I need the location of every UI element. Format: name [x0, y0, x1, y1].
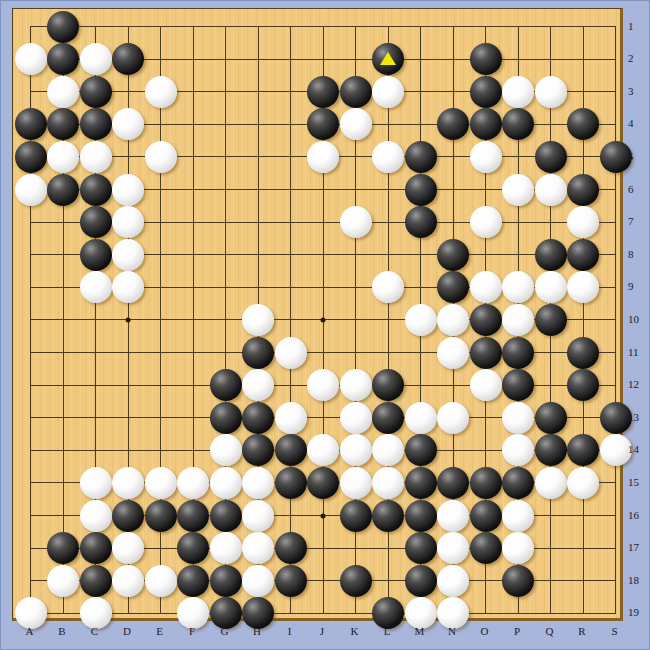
white-stone	[600, 434, 632, 466]
row-label: 12	[628, 378, 639, 390]
row-label: 13	[628, 411, 639, 423]
white-stone	[372, 271, 404, 303]
white-stone	[112, 532, 144, 564]
white-stone	[437, 532, 469, 564]
column-label: A	[19, 625, 41, 637]
white-stone	[437, 337, 469, 369]
column-label: O	[474, 625, 496, 637]
row-label: 2	[628, 52, 634, 64]
black-stone	[437, 239, 469, 271]
white-stone	[242, 304, 274, 336]
column-label: B	[51, 625, 73, 637]
white-stone	[177, 467, 209, 499]
white-stone	[470, 271, 502, 303]
column-label: I	[279, 625, 301, 637]
black-stone	[80, 108, 112, 140]
white-stone	[470, 369, 502, 401]
black-stone	[600, 402, 632, 434]
row-label: 10	[628, 313, 639, 325]
black-stone	[567, 434, 599, 466]
black-stone	[405, 467, 437, 499]
black-stone	[470, 500, 502, 532]
white-stone	[210, 532, 242, 564]
go-board[interactable]	[12, 8, 623, 621]
black-stone	[275, 565, 307, 597]
column-label: L	[376, 625, 398, 637]
white-stone	[535, 271, 567, 303]
black-stone	[405, 434, 437, 466]
row-label: 9	[628, 280, 634, 292]
black-stone	[80, 174, 112, 206]
black-stone	[242, 402, 274, 434]
row-label: 11	[628, 346, 639, 358]
black-stone	[535, 304, 567, 336]
row-label: 3	[628, 85, 634, 97]
black-stone	[47, 532, 79, 564]
black-stone	[112, 500, 144, 532]
black-stone	[340, 500, 372, 532]
white-stone	[47, 141, 79, 173]
white-stone	[372, 467, 404, 499]
black-stone	[47, 174, 79, 206]
black-stone	[567, 108, 599, 140]
white-stone	[112, 239, 144, 271]
black-stone	[470, 467, 502, 499]
white-stone	[470, 141, 502, 173]
black-stone	[470, 43, 502, 75]
black-stone	[340, 565, 372, 597]
white-stone	[437, 500, 469, 532]
white-stone	[145, 565, 177, 597]
black-stone	[210, 369, 242, 401]
white-stone	[567, 271, 599, 303]
last-move-triangle-marker	[380, 52, 396, 65]
grid-line	[615, 26, 616, 614]
black-stone	[210, 402, 242, 434]
white-stone	[405, 304, 437, 336]
white-stone	[145, 141, 177, 173]
white-stone	[47, 76, 79, 108]
white-stone	[242, 467, 274, 499]
black-stone	[177, 500, 209, 532]
black-stone	[80, 565, 112, 597]
black-stone	[275, 467, 307, 499]
row-label: 5	[628, 150, 634, 162]
column-label: P	[506, 625, 528, 637]
black-stone	[502, 108, 534, 140]
white-stone	[535, 467, 567, 499]
white-stone	[242, 369, 274, 401]
white-stone	[567, 467, 599, 499]
grid-line	[30, 613, 616, 614]
column-label: M	[409, 625, 431, 637]
row-label: 7	[628, 215, 634, 227]
white-stone	[15, 43, 47, 75]
column-label: J	[311, 625, 333, 637]
black-stone	[15, 141, 47, 173]
white-stone	[502, 76, 534, 108]
white-stone	[80, 141, 112, 173]
row-label: 6	[628, 183, 634, 195]
white-stone	[437, 402, 469, 434]
black-stone	[502, 467, 534, 499]
white-stone	[112, 206, 144, 238]
white-stone	[437, 304, 469, 336]
black-stone	[47, 11, 79, 43]
white-stone	[340, 434, 372, 466]
white-stone	[112, 467, 144, 499]
white-stone	[340, 108, 372, 140]
black-stone	[470, 304, 502, 336]
row-label: 17	[628, 541, 639, 553]
white-stone	[535, 76, 567, 108]
black-stone	[372, 369, 404, 401]
column-label: F	[181, 625, 203, 637]
black-stone	[535, 402, 567, 434]
black-stone	[242, 434, 274, 466]
white-stone	[15, 174, 47, 206]
white-stone	[80, 500, 112, 532]
white-stone	[112, 271, 144, 303]
black-stone	[80, 532, 112, 564]
white-stone	[502, 271, 534, 303]
white-stone	[242, 532, 274, 564]
white-stone	[145, 76, 177, 108]
black-stone	[275, 532, 307, 564]
white-stone	[372, 434, 404, 466]
black-stone	[405, 206, 437, 238]
white-stone	[502, 532, 534, 564]
white-stone	[567, 206, 599, 238]
white-stone	[372, 141, 404, 173]
black-stone	[437, 108, 469, 140]
black-stone	[145, 500, 177, 532]
black-stone	[405, 174, 437, 206]
black-stone	[535, 141, 567, 173]
column-label: H	[246, 625, 268, 637]
white-stone	[275, 402, 307, 434]
column-label: N	[441, 625, 463, 637]
white-stone	[405, 402, 437, 434]
black-stone	[177, 532, 209, 564]
black-stone	[502, 337, 534, 369]
black-stone	[307, 467, 339, 499]
row-label: 8	[628, 248, 634, 260]
black-stone	[437, 271, 469, 303]
black-stone	[112, 43, 144, 75]
app-frame: ABCDEFGHIJKLMNOPQRS 12345678910111213141…	[0, 0, 650, 650]
black-stone	[15, 108, 47, 140]
black-stone	[80, 206, 112, 238]
black-stone	[405, 500, 437, 532]
go-app-screenshot: { "game": "Go", "board": { "size": 19, "…	[0, 0, 650, 650]
white-stone	[502, 434, 534, 466]
black-stone	[177, 565, 209, 597]
white-stone	[340, 206, 372, 238]
white-stone	[307, 369, 339, 401]
black-stone	[80, 76, 112, 108]
white-stone	[502, 500, 534, 532]
row-label: 14	[628, 443, 639, 455]
black-stone	[372, 500, 404, 532]
column-label: E	[149, 625, 171, 637]
white-stone	[340, 369, 372, 401]
column-label: S	[604, 625, 626, 637]
black-stone	[470, 76, 502, 108]
white-stone	[112, 174, 144, 206]
black-stone	[502, 369, 534, 401]
black-stone	[405, 141, 437, 173]
star-point	[126, 317, 131, 322]
column-label: K	[344, 625, 366, 637]
black-stone	[242, 337, 274, 369]
row-label: 1	[628, 20, 634, 32]
white-stone	[275, 337, 307, 369]
black-stone	[307, 76, 339, 108]
black-stone	[405, 532, 437, 564]
black-stone	[535, 239, 567, 271]
white-stone	[112, 108, 144, 140]
column-label: R	[571, 625, 593, 637]
black-stone	[567, 337, 599, 369]
column-label: D	[116, 625, 138, 637]
white-stone	[340, 467, 372, 499]
row-label: 4	[628, 117, 634, 129]
white-stone	[502, 402, 534, 434]
black-stone	[502, 565, 534, 597]
white-stone	[145, 467, 177, 499]
star-point	[321, 513, 326, 518]
black-stone	[600, 141, 632, 173]
black-stone	[47, 43, 79, 75]
white-stone	[210, 467, 242, 499]
white-stone	[535, 174, 567, 206]
column-label: G	[214, 625, 236, 637]
black-stone	[372, 402, 404, 434]
white-stone	[47, 565, 79, 597]
white-stone	[437, 565, 469, 597]
star-point	[321, 317, 326, 322]
row-label: 16	[628, 509, 639, 521]
black-stone	[210, 565, 242, 597]
white-stone	[470, 206, 502, 238]
white-stone	[242, 565, 274, 597]
black-stone	[80, 239, 112, 271]
row-label: 18	[628, 574, 639, 586]
white-stone	[502, 174, 534, 206]
black-stone	[535, 434, 567, 466]
black-stone	[437, 467, 469, 499]
black-stone	[405, 565, 437, 597]
white-stone	[307, 141, 339, 173]
row-label: 15	[628, 476, 639, 488]
black-stone	[470, 337, 502, 369]
black-stone	[470, 532, 502, 564]
black-stone	[307, 108, 339, 140]
white-stone	[242, 500, 274, 532]
black-stone	[372, 43, 404, 75]
black-stone	[47, 108, 79, 140]
column-label: C	[84, 625, 106, 637]
white-stone	[80, 467, 112, 499]
black-stone	[340, 76, 372, 108]
white-stone	[372, 76, 404, 108]
row-label: 19	[628, 606, 639, 618]
white-stone	[80, 271, 112, 303]
column-label: Q	[539, 625, 561, 637]
white-stone	[307, 434, 339, 466]
white-stone	[80, 43, 112, 75]
black-stone	[567, 369, 599, 401]
white-stone	[340, 402, 372, 434]
white-stone	[502, 304, 534, 336]
white-stone	[112, 565, 144, 597]
white-stone	[210, 434, 242, 466]
black-stone	[275, 434, 307, 466]
black-stone	[567, 239, 599, 271]
black-stone	[210, 500, 242, 532]
black-stone	[470, 108, 502, 140]
black-stone	[567, 174, 599, 206]
